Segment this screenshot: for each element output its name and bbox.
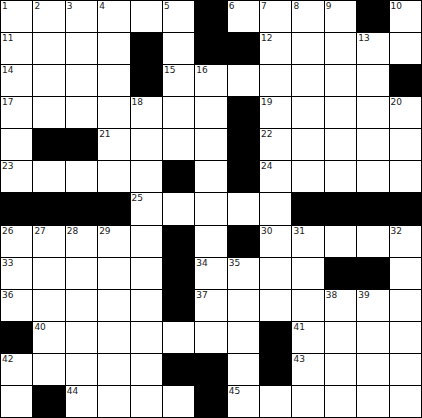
cell-r13c9[interactable] [260,386,291,417]
clue-number-38: 38 [326,290,337,301]
cell-r3c4[interactable] [98,65,129,96]
clue-number-6: 6 [229,1,235,12]
clue-number-20: 20 [391,97,402,108]
cell-r4c11[interactable] [325,97,356,128]
clue-number-9: 9 [326,1,332,12]
clue-number-25: 25 [132,193,143,204]
block-square-r5c3 [66,129,97,160]
cell-r10c13[interactable] [390,290,421,321]
clue-number-32: 32 [391,226,402,237]
cell-r9c4[interactable] [98,258,129,289]
cell-r5c1[interactable] [1,129,32,160]
cell-r10c1[interactable]: 36 [1,290,32,321]
cell-r6c4[interactable] [98,161,129,192]
cell-r7c8[interactable] [228,193,259,224]
cell-r2c9[interactable]: 12 [260,33,291,64]
cell-r12c11[interactable] [325,354,356,385]
cell-r4c6[interactable] [163,97,194,128]
cell-r5c9[interactable]: 22 [260,129,291,160]
cell-r1c4[interactable]: 4 [98,1,129,32]
cell-r13c8[interactable]: 45 [228,386,259,417]
clue-number-28: 28 [67,226,78,237]
cell-r1c11[interactable]: 9 [325,1,356,32]
clue-number-31: 31 [293,226,304,237]
cell-r5c10[interactable] [292,129,323,160]
cell-r11c7[interactable] [195,322,226,353]
cell-r13c1[interactable] [1,386,32,417]
cell-r4c9[interactable]: 19 [260,97,291,128]
cell-r3c1[interactable]: 14 [1,65,32,96]
clue-number-33: 33 [2,258,13,269]
cell-r4c12[interactable] [357,97,388,128]
clue-number-16: 16 [196,65,207,76]
cell-r3c11[interactable] [325,65,356,96]
block-square-r2c5 [131,33,162,64]
cell-r11c12[interactable] [357,322,388,353]
cell-r11c2[interactable]: 40 [33,322,64,353]
clue-number-44: 44 [67,386,78,397]
block-square-r12c7 [195,354,226,385]
clue-number-41: 41 [293,322,304,333]
cell-r6c2[interactable] [33,161,64,192]
cell-r9c7[interactable]: 34 [195,258,226,289]
cell-r2c4[interactable] [98,33,129,64]
clue-number-29: 29 [99,226,110,237]
cell-r5c13[interactable] [390,129,421,160]
cell-r9c8[interactable]: 35 [228,258,259,289]
block-square-r9c11 [325,258,356,289]
cell-r5c7[interactable] [195,129,226,160]
cell-r6c3[interactable] [66,161,97,192]
clue-number-39: 39 [358,290,369,301]
cell-r8c9[interactable]: 30 [260,226,291,257]
clue-number-23: 23 [2,161,13,172]
cell-r8c7[interactable] [195,226,226,257]
clue-number-22: 22 [261,129,272,140]
clue-number-36: 36 [2,290,13,301]
cell-r5c6[interactable] [163,129,194,160]
block-square-r5c8 [228,129,259,160]
cell-r6c11[interactable] [325,161,356,192]
block-square-r8c8 [228,226,259,257]
cell-r13c12[interactable] [357,386,388,417]
cell-r11c5[interactable] [131,322,162,353]
cell-r2c13[interactable] [390,33,421,64]
clue-number-10: 10 [391,1,402,12]
cell-r12c8[interactable] [228,354,259,385]
clue-number-3: 3 [67,1,73,12]
block-square-r11c9 [260,322,291,353]
cell-r12c4[interactable] [98,354,129,385]
cell-r2c12[interactable]: 13 [357,33,388,64]
cell-r10c10[interactable] [292,290,323,321]
block-square-r7c4 [98,193,129,224]
clue-number-45: 45 [229,386,240,397]
cell-r1c9[interactable]: 7 [260,1,291,32]
cell-r4c4[interactable] [98,97,129,128]
cell-r7c9[interactable] [260,193,291,224]
cell-r13c5[interactable] [131,386,162,417]
clue-number-21: 21 [99,129,110,140]
cell-r13c11[interactable] [325,386,356,417]
block-square-r7c12 [357,193,388,224]
cell-r4c2[interactable] [33,97,64,128]
cell-r10c9[interactable] [260,290,291,321]
cell-r4c3[interactable] [66,97,97,128]
clue-number-14: 14 [2,65,13,76]
cell-r2c11[interactable] [325,33,356,64]
clue-number-30: 30 [261,226,272,237]
cell-r2c6[interactable] [163,33,194,64]
clue-number-34: 34 [196,258,207,269]
cell-r12c12[interactable] [357,354,388,385]
cell-r4c13[interactable]: 20 [390,97,421,128]
cell-r7c7[interactable] [195,193,226,224]
cell-r2c10[interactable] [292,33,323,64]
cell-r12c2[interactable] [33,354,64,385]
cell-r8c3[interactable]: 28 [66,226,97,257]
clue-number-27: 27 [34,226,45,237]
cell-r8c5[interactable] [131,226,162,257]
block-square-r2c7 [195,33,226,64]
cell-r4c5[interactable]: 18 [131,97,162,128]
clue-number-15: 15 [164,65,175,76]
clue-number-37: 37 [196,290,207,301]
cell-r9c9[interactable] [260,258,291,289]
cell-r8c13[interactable]: 32 [390,226,421,257]
clue-number-4: 4 [99,1,105,12]
block-square-r3c5 [131,65,162,96]
cell-r6c9[interactable]: 24 [260,161,291,192]
cell-r1c6[interactable]: 5 [163,1,194,32]
cell-r11c8[interactable] [228,322,259,353]
block-square-r5c2 [33,129,64,160]
cell-r6c7[interactable] [195,161,226,192]
block-square-r13c7 [195,386,226,417]
cell-r12c13[interactable] [390,354,421,385]
cell-r4c1[interactable]: 17 [1,97,32,128]
cell-r5c11[interactable] [325,129,356,160]
clue-number-2: 2 [34,1,40,12]
block-square-r3c13 [390,65,421,96]
cell-r4c10[interactable] [292,97,323,128]
cell-r2c1[interactable]: 11 [1,33,32,64]
block-square-r12c9 [260,354,291,385]
cell-r10c4[interactable] [98,290,129,321]
clue-number-13: 13 [358,33,369,44]
cell-r9c10[interactable] [292,258,323,289]
cell-r13c6[interactable] [163,386,194,417]
cell-r3c8[interactable] [228,65,259,96]
block-square-r9c12 [357,258,388,289]
clue-number-24: 24 [261,161,272,172]
cell-r11c4[interactable] [98,322,129,353]
cell-r10c2[interactable] [33,290,64,321]
clue-number-19: 19 [261,97,272,108]
cell-r3c12[interactable] [357,65,388,96]
cell-r5c4[interactable]: 21 [98,129,129,160]
cell-r1c2[interactable]: 2 [33,1,64,32]
cell-r3c9[interactable] [260,65,291,96]
cell-r10c3[interactable] [66,290,97,321]
cell-r3c2[interactable] [33,65,64,96]
block-square-r7c3 [66,193,97,224]
block-square-r2c8 [228,33,259,64]
cell-r10c7[interactable]: 37 [195,290,226,321]
cell-r1c3[interactable]: 3 [66,1,97,32]
cell-r5c12[interactable] [357,129,388,160]
block-square-r1c7 [195,1,226,32]
block-square-r6c6 [163,161,194,192]
block-square-r1c12 [357,1,388,32]
cell-r12c3[interactable] [66,354,97,385]
cell-r9c3[interactable] [66,258,97,289]
cell-r7c5[interactable]: 25 [131,193,162,224]
cell-r6c12[interactable] [357,161,388,192]
cell-r9c1[interactable]: 33 [1,258,32,289]
cell-r8c1[interactable]: 26 [1,226,32,257]
clue-number-42: 42 [2,354,13,365]
block-square-r9c6 [163,258,194,289]
cell-r4c7[interactable] [195,97,226,128]
cell-r10c8[interactable] [228,290,259,321]
clue-number-7: 7 [261,1,267,12]
clue-number-18: 18 [132,97,143,108]
block-square-r6c8 [228,161,259,192]
cell-r12c10[interactable]: 43 [292,354,323,385]
cell-r8c12[interactable] [357,226,388,257]
block-square-r7c2 [33,193,64,224]
cell-r5c5[interactable] [131,129,162,160]
clue-number-17: 17 [2,97,13,108]
cell-r11c10[interactable]: 41 [292,322,323,353]
cell-r11c13[interactable] [390,322,421,353]
cell-r3c6[interactable]: 15 [163,65,194,96]
block-square-r7c1 [1,193,32,224]
cell-r8c2[interactable]: 27 [33,226,64,257]
block-square-r8c6 [163,226,194,257]
cell-r6c10[interactable] [292,161,323,192]
cell-r1c13[interactable]: 10 [390,1,421,32]
block-square-r7c11 [325,193,356,224]
cell-r12c5[interactable] [131,354,162,385]
cell-r9c5[interactable] [131,258,162,289]
block-square-r4c8 [228,97,259,128]
cell-r2c2[interactable] [33,33,64,64]
cell-r6c13[interactable] [390,161,421,192]
cell-r3c3[interactable] [66,65,97,96]
clue-number-1: 1 [2,1,8,12]
clue-number-5: 5 [164,1,170,12]
cell-r7c6[interactable] [163,193,194,224]
cell-r13c13[interactable] [390,386,421,417]
cell-r10c12[interactable]: 39 [357,290,388,321]
block-square-r7c10 [292,193,323,224]
cell-r11c3[interactable] [66,322,97,353]
cell-r8c10[interactable]: 31 [292,226,323,257]
cell-r11c6[interactable] [163,322,194,353]
cell-r9c13[interactable] [390,258,421,289]
cell-r13c3[interactable]: 44 [66,386,97,417]
cell-r1c1[interactable]: 1 [1,1,32,32]
cell-r13c4[interactable] [98,386,129,417]
cell-r1c8[interactable]: 6 [228,1,259,32]
clue-number-26: 26 [2,226,13,237]
clue-number-8: 8 [293,1,299,12]
cell-r9c2[interactable] [33,258,64,289]
clue-number-40: 40 [34,322,45,333]
block-square-r10c6 [163,290,194,321]
cell-r6c5[interactable] [131,161,162,192]
block-square-r11c1 [1,322,32,353]
cell-r1c5[interactable] [131,1,162,32]
cell-r1c10[interactable]: 8 [292,1,323,32]
cell-r3c7[interactable]: 16 [195,65,226,96]
cell-r2c3[interactable] [66,33,97,64]
clue-number-11: 11 [2,33,13,44]
cell-r10c11[interactable]: 38 [325,290,356,321]
cell-r8c11[interactable] [325,226,356,257]
cell-r11c11[interactable] [325,322,356,353]
cell-r10c5[interactable] [131,290,162,321]
block-square-r13c2 [33,386,64,417]
cell-r8c4[interactable]: 29 [98,226,129,257]
cell-r12c1[interactable]: 42 [1,354,32,385]
cell-r13c10[interactable] [292,386,323,417]
cell-r6c1[interactable]: 23 [1,161,32,192]
clue-number-12: 12 [261,33,272,44]
crossword-board: 1234567891011121314151617181920212223242… [0,0,422,418]
cell-r3c10[interactable] [292,65,323,96]
clue-number-43: 43 [293,354,304,365]
block-square-r12c6 [163,354,194,385]
clue-number-35: 35 [229,258,240,269]
block-square-r7c13 [390,193,421,224]
